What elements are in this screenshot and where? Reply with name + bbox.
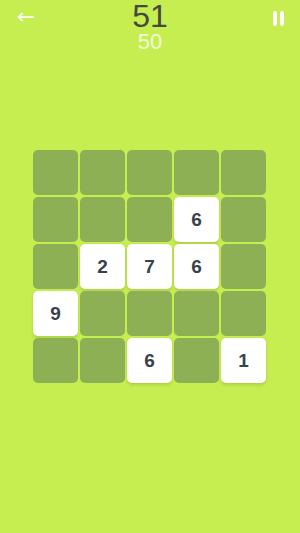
tile-r5c1[interactable] [33, 338, 78, 383]
target-value: 50 [0, 31, 300, 53]
pause-icon [273, 11, 277, 26]
tile-r2c5[interactable] [221, 197, 266, 242]
tile-r4c1[interactable]: 9 [33, 291, 78, 336]
pause-button[interactable] [267, 8, 289, 28]
tile-r2c1[interactable] [33, 197, 78, 242]
tile-r4c3[interactable] [127, 291, 172, 336]
tile-r3c3[interactable]: 7 [127, 244, 172, 289]
tile-r3c5[interactable] [221, 244, 266, 289]
tile-r3c1[interactable] [33, 244, 78, 289]
tile-r2c4[interactable]: 6 [174, 197, 219, 242]
tile-r1c1[interactable] [33, 150, 78, 195]
tile-r1c3[interactable] [127, 150, 172, 195]
tile-r5c4[interactable] [174, 338, 219, 383]
top-bar: ← 51 50 [0, 0, 300, 60]
tile-r3c2[interactable]: 2 [80, 244, 125, 289]
tile-r2c3[interactable] [127, 197, 172, 242]
tile-r5c3[interactable]: 6 [127, 338, 172, 383]
tile-r1c2[interactable] [80, 150, 125, 195]
tile-r3c4[interactable]: 6 [174, 244, 219, 289]
pause-icon [280, 11, 284, 26]
tile-r5c5[interactable]: 1 [221, 338, 266, 383]
tile-r4c2[interactable] [80, 291, 125, 336]
tile-r1c4[interactable] [174, 150, 219, 195]
tile-r5c2[interactable] [80, 338, 125, 383]
tile-r2c2[interactable] [80, 197, 125, 242]
tile-r4c5[interactable] [221, 291, 266, 336]
tile-r4c4[interactable] [174, 291, 219, 336]
game-screen: { "game": "number-tile puzzle (5x5 grid … [0, 0, 300, 533]
tile-r1c5[interactable] [221, 150, 266, 195]
puzzle-board: 6276961 [33, 150, 266, 383]
